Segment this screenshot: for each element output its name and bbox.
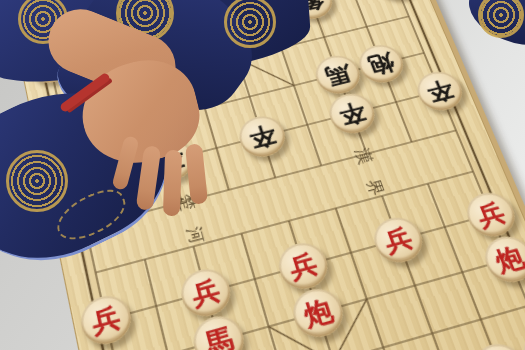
gold-medallion-icon bbox=[6, 150, 68, 212]
red-piece-character: 兵 bbox=[189, 276, 223, 309]
red-piece-character: 炮 bbox=[492, 243, 525, 275]
black-piece-character: 卒 bbox=[424, 77, 456, 104]
finger bbox=[163, 150, 182, 217]
red-piece-character: 兵 bbox=[474, 199, 509, 230]
black-piece-character: 炮 bbox=[365, 51, 396, 77]
red-piece-character: 兵 bbox=[89, 303, 122, 337]
photo-scene: 楚 河 漢 界 車象士將士象車炮馬馬炮卒卒卒卒卒兵兵兵兵兵馬炮炮車相仕帥仕相馬車 bbox=[0, 0, 525, 350]
red-piece-character: 兵 bbox=[286, 250, 320, 282]
red-piece-character: 炮 bbox=[301, 296, 336, 330]
red-piece-character: 馬 bbox=[201, 324, 235, 350]
black-piece-character: 卒 bbox=[336, 100, 368, 128]
black-piece-character: 馬 bbox=[322, 61, 353, 88]
black-piece-character: 卒 bbox=[246, 122, 278, 150]
red-piece-character: 兵 bbox=[381, 224, 415, 255]
